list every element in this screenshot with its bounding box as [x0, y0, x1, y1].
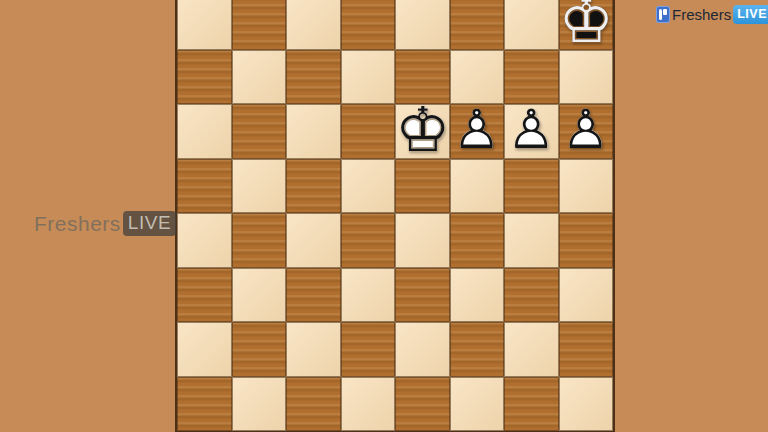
square-e7[interactable]: [395, 50, 450, 105]
chess-board: ♚♔♚♔♟♙♟♙♟♙: [175, 0, 615, 432]
white-pawn-h6[interactable]: ♟♙: [559, 104, 614, 159]
square-e6[interactable]: ♚♔: [395, 104, 450, 159]
square-d8[interactable]: [341, 0, 396, 50]
square-h8[interactable]: ♚♔: [559, 0, 614, 50]
square-b3[interactable]: [232, 268, 287, 323]
square-a1[interactable]: [177, 377, 232, 432]
square-d3[interactable]: [341, 268, 396, 323]
square-h3[interactable]: [559, 268, 614, 323]
watermark: Freshers LIVE: [34, 211, 176, 236]
square-g7[interactable]: [504, 50, 559, 105]
square-e1[interactable]: [395, 377, 450, 432]
black-king-h8[interactable]: ♚♔: [559, 0, 614, 50]
square-d1[interactable]: [341, 377, 396, 432]
square-f4[interactable]: [450, 213, 505, 268]
square-h4[interactable]: [559, 213, 614, 268]
square-b8[interactable]: [232, 0, 287, 50]
square-b6[interactable]: [232, 104, 287, 159]
watermark-live-badge: LIVE: [123, 211, 176, 236]
square-g5[interactable]: [504, 159, 559, 214]
square-b4[interactable]: [232, 213, 287, 268]
square-e5[interactable]: [395, 159, 450, 214]
square-e2[interactable]: [395, 322, 450, 377]
square-e4[interactable]: [395, 213, 450, 268]
fresherslive-logo: Freshers LIVE: [656, 5, 768, 24]
square-a4[interactable]: [177, 213, 232, 268]
square-d5[interactable]: [341, 159, 396, 214]
freshers-live-app-icon: [656, 6, 670, 23]
square-b5[interactable]: [232, 159, 287, 214]
square-g8[interactable]: [504, 0, 559, 50]
square-c1[interactable]: [286, 377, 341, 432]
square-a7[interactable]: [177, 50, 232, 105]
square-f6[interactable]: ♟♙: [450, 104, 505, 159]
square-b1[interactable]: [232, 377, 287, 432]
white-king-e6[interactable]: ♚♔: [395, 104, 450, 159]
square-g1[interactable]: [504, 377, 559, 432]
square-c2[interactable]: [286, 322, 341, 377]
square-d7[interactable]: [341, 50, 396, 105]
square-b2[interactable]: [232, 322, 287, 377]
square-a6[interactable]: [177, 104, 232, 159]
square-c6[interactable]: [286, 104, 341, 159]
square-e8[interactable]: [395, 0, 450, 50]
white-pawn-f6[interactable]: ♟♙: [450, 104, 505, 159]
square-b7[interactable]: [232, 50, 287, 105]
square-g4[interactable]: [504, 213, 559, 268]
square-h7[interactable]: [559, 50, 614, 105]
square-c8[interactable]: [286, 0, 341, 50]
square-c5[interactable]: [286, 159, 341, 214]
square-g3[interactable]: [504, 268, 559, 323]
logo-live-badge: LIVE: [733, 5, 768, 24]
logo-brand-text: Freshers: [672, 6, 731, 23]
square-h6[interactable]: ♟♙: [559, 104, 614, 159]
square-f3[interactable]: [450, 268, 505, 323]
square-h5[interactable]: [559, 159, 614, 214]
square-c7[interactable]: [286, 50, 341, 105]
white-pawn-g6[interactable]: ♟♙: [504, 104, 559, 159]
square-f1[interactable]: [450, 377, 505, 432]
square-c3[interactable]: [286, 268, 341, 323]
watermark-brand-text: Freshers: [34, 212, 121, 236]
square-f8[interactable]: [450, 0, 505, 50]
square-d4[interactable]: [341, 213, 396, 268]
square-e3[interactable]: [395, 268, 450, 323]
logo-icon-dot: [663, 9, 667, 15]
page-background: ♚♔♚♔♟♙♟♙♟♙ Freshers LIVE Freshers LIVE: [0, 0, 768, 432]
square-a3[interactable]: [177, 268, 232, 323]
square-g6[interactable]: ♟♙: [504, 104, 559, 159]
square-g2[interactable]: [504, 322, 559, 377]
square-f7[interactable]: [450, 50, 505, 105]
logo-icon-bar: [659, 9, 662, 20]
square-h1[interactable]: [559, 377, 614, 432]
square-a2[interactable]: [177, 322, 232, 377]
square-c4[interactable]: [286, 213, 341, 268]
square-a8[interactable]: [177, 0, 232, 50]
square-a5[interactable]: [177, 159, 232, 214]
square-h2[interactable]: [559, 322, 614, 377]
square-d2[interactable]: [341, 322, 396, 377]
square-f2[interactable]: [450, 322, 505, 377]
square-d6[interactable]: [341, 104, 396, 159]
square-f5[interactable]: [450, 159, 505, 214]
